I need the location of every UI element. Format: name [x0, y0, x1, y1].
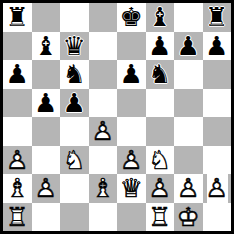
piece-black-pawn[interactable]: ♟: [174, 32, 203, 61]
square-c5[interactable]: ♟: [60, 89, 89, 118]
square-e7[interactable]: [117, 32, 146, 61]
square-f8[interactable]: ♝: [146, 3, 175, 32]
square-g7[interactable]: ♟: [174, 32, 203, 61]
chess-board: ♜♚♝♜♝♛♟♟♟♟♞♟♞♟♟♟♙♟♙♞♘♟♙♞♘♝♗♟♙♝♗♛♕♟♙♟♙♟♙♜…: [3, 3, 231, 231]
piece-white-pawn[interactable]: ♟♙: [3, 146, 32, 175]
square-b7[interactable]: ♝: [32, 32, 61, 61]
piece-black-bishop[interactable]: ♝: [32, 32, 61, 61]
piece-glyph-outline: ♙: [117, 146, 146, 175]
piece-white-queen[interactable]: ♛♕: [117, 174, 146, 203]
piece-white-pawn[interactable]: ♟♙: [32, 174, 61, 203]
square-a2[interactable]: ♝♗: [3, 174, 32, 203]
square-a3[interactable]: ♟♙: [3, 146, 32, 175]
piece-black-rook[interactable]: ♜: [3, 3, 32, 32]
piece-white-pawn[interactable]: ♟♙: [117, 146, 146, 175]
piece-black-king[interactable]: ♚: [117, 3, 146, 32]
square-h7[interactable]: ♟: [203, 32, 232, 61]
piece-glyph: ♟: [203, 32, 232, 61]
piece-black-rook[interactable]: ♜: [203, 3, 232, 32]
square-h3[interactable]: [203, 146, 232, 175]
square-g6[interactable]: [174, 60, 203, 89]
piece-white-pawn[interactable]: ♟♙: [89, 117, 118, 146]
square-h1[interactable]: [203, 203, 232, 232]
square-e2[interactable]: ♛♕: [117, 174, 146, 203]
square-h2[interactable]: ♟♙: [203, 174, 232, 203]
piece-white-pawn[interactable]: ♟♙: [174, 174, 203, 203]
piece-white-knight[interactable]: ♞♘: [60, 146, 89, 175]
square-b2[interactable]: ♟♙: [32, 174, 61, 203]
square-e4[interactable]: [117, 117, 146, 146]
piece-glyph-outline: ♙: [203, 174, 232, 203]
piece-black-pawn[interactable]: ♟: [146, 32, 175, 61]
square-g3[interactable]: [174, 146, 203, 175]
square-a7[interactable]: [3, 32, 32, 61]
piece-glyph: ♟: [3, 60, 32, 89]
square-d3[interactable]: [89, 146, 118, 175]
piece-white-bishop[interactable]: ♝♗: [3, 174, 32, 203]
piece-black-pawn[interactable]: ♟: [32, 89, 61, 118]
piece-glyph: ♝: [146, 3, 175, 32]
square-a1[interactable]: ♜♖: [3, 203, 32, 232]
square-a5[interactable]: [3, 89, 32, 118]
piece-glyph-outline: ♔: [174, 203, 203, 232]
square-g8[interactable]: [174, 3, 203, 32]
square-e6[interactable]: ♟: [117, 60, 146, 89]
square-h6[interactable]: [203, 60, 232, 89]
piece-glyph-outline: ♖: [3, 203, 32, 232]
piece-white-bishop[interactable]: ♝♗: [89, 174, 118, 203]
piece-glyph-outline: ♗: [89, 174, 118, 203]
square-f2[interactable]: ♟♙: [146, 174, 175, 203]
square-g5[interactable]: [174, 89, 203, 118]
piece-glyph: ♟: [32, 89, 61, 118]
piece-white-rook[interactable]: ♜♖: [3, 203, 32, 232]
piece-glyph-outline: ♙: [89, 117, 118, 146]
piece-black-pawn[interactable]: ♟: [60, 89, 89, 118]
piece-glyph-outline: ♙: [32, 174, 61, 203]
square-a8[interactable]: ♜: [3, 3, 32, 32]
square-d5[interactable]: [89, 89, 118, 118]
square-d4[interactable]: ♟♙: [89, 117, 118, 146]
square-f4[interactable]: [146, 117, 175, 146]
piece-black-pawn[interactable]: ♟: [117, 60, 146, 89]
square-b1[interactable]: [32, 203, 61, 232]
piece-glyph: ♞: [146, 60, 175, 89]
piece-glyph: ♞: [60, 60, 89, 89]
square-a4[interactable]: [3, 117, 32, 146]
piece-glyph: ♚: [117, 3, 146, 32]
piece-glyph: ♜: [203, 3, 232, 32]
square-h4[interactable]: [203, 117, 232, 146]
piece-black-knight[interactable]: ♞: [146, 60, 175, 89]
square-b5[interactable]: ♟: [32, 89, 61, 118]
piece-glyph-outline: ♙: [3, 146, 32, 175]
piece-white-king[interactable]: ♚♔: [174, 203, 203, 232]
piece-glyph: ♜: [3, 3, 32, 32]
square-f7[interactable]: ♟: [146, 32, 175, 61]
square-d2[interactable]: ♝♗: [89, 174, 118, 203]
piece-glyph: ♝: [32, 32, 61, 61]
square-f1[interactable]: ♜♖: [146, 203, 175, 232]
square-f5[interactable]: [146, 89, 175, 118]
square-c2[interactable]: [60, 174, 89, 203]
piece-black-bishop[interactable]: ♝: [146, 3, 175, 32]
square-e8[interactable]: ♚: [117, 3, 146, 32]
piece-black-pawn[interactable]: ♟: [3, 60, 32, 89]
piece-glyph: ♛: [60, 32, 89, 61]
piece-white-rook[interactable]: ♜♖: [146, 203, 175, 232]
board-frame: ♜♚♝♜♝♛♟♟♟♟♞♟♞♟♟♟♙♟♙♞♘♟♙♞♘♝♗♟♙♝♗♛♕♟♙♟♙♟♙♜…: [0, 0, 234, 234]
piece-glyph-outline: ♘: [60, 146, 89, 175]
square-f3[interactable]: ♞♘: [146, 146, 175, 175]
square-d7[interactable]: [89, 32, 118, 61]
piece-glyph-outline: ♕: [117, 174, 146, 203]
square-b8[interactable]: [32, 3, 61, 32]
piece-black-queen[interactable]: ♛: [60, 32, 89, 61]
piece-white-knight[interactable]: ♞♘: [146, 146, 175, 175]
piece-glyph-outline: ♙: [146, 174, 175, 203]
piece-white-pawn[interactable]: ♟♙: [146, 174, 175, 203]
square-b6[interactable]: [32, 60, 61, 89]
square-g4[interactable]: [174, 117, 203, 146]
square-d1[interactable]: [89, 203, 118, 232]
piece-glyph-outline: ♗: [3, 174, 32, 203]
square-d6[interactable]: [89, 60, 118, 89]
square-h8[interactable]: ♜: [203, 3, 232, 32]
piece-glyph: ♟: [174, 32, 203, 61]
piece-black-knight[interactable]: ♞: [60, 60, 89, 89]
square-c7[interactable]: ♛: [60, 32, 89, 61]
square-c6[interactable]: ♞: [60, 60, 89, 89]
square-e5[interactable]: [117, 89, 146, 118]
piece-glyph: ♟: [117, 60, 146, 89]
square-d8[interactable]: [89, 3, 118, 32]
square-c8[interactable]: [60, 3, 89, 32]
square-g2[interactable]: ♟♙: [174, 174, 203, 203]
piece-glyph-outline: ♖: [146, 203, 175, 232]
square-g1[interactable]: ♚♔: [174, 203, 203, 232]
piece-glyph-outline: ♙: [174, 174, 203, 203]
square-b4[interactable]: [32, 117, 61, 146]
piece-white-pawn[interactable]: ♟♙: [203, 174, 232, 203]
square-f6[interactable]: ♞: [146, 60, 175, 89]
square-c3[interactable]: ♞♘: [60, 146, 89, 175]
square-h5[interactable]: [203, 89, 232, 118]
square-e1[interactable]: [117, 203, 146, 232]
piece-glyph: ♟: [60, 89, 89, 118]
piece-black-pawn[interactable]: ♟: [203, 32, 232, 61]
piece-glyph: ♟: [146, 32, 175, 61]
square-c1[interactable]: [60, 203, 89, 232]
square-a6[interactable]: ♟: [3, 60, 32, 89]
square-b3[interactable]: [32, 146, 61, 175]
square-e3[interactable]: ♟♙: [117, 146, 146, 175]
piece-glyph-outline: ♘: [146, 146, 175, 175]
square-c4[interactable]: [60, 117, 89, 146]
